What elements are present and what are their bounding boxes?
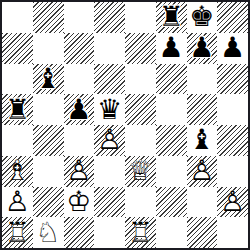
square-g3[interactable]: ♟♙ <box>187 156 218 187</box>
square-h7[interactable]: ♟ <box>217 33 248 64</box>
square-g7[interactable]: ♟ <box>187 33 218 64</box>
square-d6[interactable] <box>94 64 125 95</box>
square-a3[interactable]: ♝♗ <box>2 156 33 187</box>
square-e8[interactable] <box>125 2 156 33</box>
square-e7[interactable] <box>125 33 156 64</box>
white-king-icon: ♚♔ <box>64 187 95 218</box>
square-b2[interactable] <box>33 187 64 218</box>
square-g1[interactable] <box>187 217 218 248</box>
square-c2[interactable]: ♚♔ <box>64 187 95 218</box>
square-e5[interactable] <box>125 94 156 125</box>
square-e3[interactable]: ♛♕ <box>125 156 156 187</box>
white-pawn-icon: ♟♙ <box>2 187 33 218</box>
square-b8[interactable] <box>33 2 64 33</box>
square-f4[interactable] <box>156 125 187 156</box>
square-h6[interactable] <box>217 64 248 95</box>
white-pawn-icon: ♟♙ <box>187 156 218 187</box>
square-e4[interactable] <box>125 125 156 156</box>
black-queen-icon: ♛ <box>94 94 125 125</box>
square-a2[interactable]: ♟♙ <box>2 187 33 218</box>
square-e1[interactable]: ♜♖ <box>125 217 156 248</box>
chess-board: ♜♚♟♟♟♝♜♟♛♟♙♝♝♗♟♙♛♕♟♙♟♙♚♔♟♙♜♖♞♘♜♖ <box>0 0 250 250</box>
black-king-icon: ♚ <box>187 2 218 33</box>
square-d4[interactable]: ♟♙ <box>94 125 125 156</box>
black-pawn-icon: ♟ <box>64 94 95 125</box>
white-queen-icon: ♛♕ <box>125 156 156 187</box>
white-pawn-icon: ♟♙ <box>64 156 95 187</box>
square-f8[interactable]: ♜ <box>156 2 187 33</box>
square-f3[interactable] <box>156 156 187 187</box>
square-c7[interactable] <box>64 33 95 64</box>
square-e2[interactable] <box>125 187 156 218</box>
square-c5[interactable]: ♟ <box>64 94 95 125</box>
square-c8[interactable] <box>64 2 95 33</box>
square-g2[interactable] <box>187 187 218 218</box>
square-a7[interactable] <box>2 33 33 64</box>
square-d2[interactable] <box>94 187 125 218</box>
black-rook-icon: ♜ <box>156 2 187 33</box>
black-rook-icon: ♜ <box>2 94 33 125</box>
square-c6[interactable] <box>64 64 95 95</box>
black-bishop-icon: ♝ <box>187 125 218 156</box>
square-g4[interactable]: ♝ <box>187 125 218 156</box>
square-f5[interactable] <box>156 94 187 125</box>
square-d5[interactable]: ♛ <box>94 94 125 125</box>
square-h8[interactable] <box>217 2 248 33</box>
square-a4[interactable] <box>2 125 33 156</box>
square-c4[interactable] <box>64 125 95 156</box>
square-b4[interactable] <box>33 125 64 156</box>
square-f2[interactable] <box>156 187 187 218</box>
square-f6[interactable] <box>156 64 187 95</box>
square-g5[interactable] <box>187 94 218 125</box>
white-pawn-icon: ♟♙ <box>217 187 248 218</box>
square-d1[interactable] <box>94 217 125 248</box>
white-knight-icon: ♞♘ <box>33 217 64 248</box>
square-a8[interactable] <box>2 2 33 33</box>
square-c1[interactable] <box>64 217 95 248</box>
square-h3[interactable] <box>217 156 248 187</box>
square-b1[interactable]: ♞♘ <box>33 217 64 248</box>
black-pawn-icon: ♟ <box>187 33 218 64</box>
square-h2[interactable]: ♟♙ <box>217 187 248 218</box>
square-g6[interactable] <box>187 64 218 95</box>
square-b6[interactable]: ♝ <box>33 64 64 95</box>
white-bishop-icon: ♝♗ <box>2 156 33 187</box>
black-pawn-icon: ♟ <box>156 33 187 64</box>
square-f7[interactable]: ♟ <box>156 33 187 64</box>
square-f1[interactable] <box>156 217 187 248</box>
square-d3[interactable] <box>94 156 125 187</box>
square-c3[interactable]: ♟♙ <box>64 156 95 187</box>
square-h1[interactable] <box>217 217 248 248</box>
square-h4[interactable] <box>217 125 248 156</box>
square-b3[interactable] <box>33 156 64 187</box>
square-a1[interactable]: ♜♖ <box>2 217 33 248</box>
square-g8[interactable]: ♚ <box>187 2 218 33</box>
black-pawn-icon: ♟ <box>217 33 248 64</box>
square-e6[interactable] <box>125 64 156 95</box>
white-rook-icon: ♜♖ <box>125 217 156 248</box>
square-d8[interactable] <box>94 2 125 33</box>
square-h5[interactable] <box>217 94 248 125</box>
square-b7[interactable] <box>33 33 64 64</box>
black-bishop-icon: ♝ <box>33 64 64 95</box>
white-pawn-icon: ♟♙ <box>94 125 125 156</box>
white-rook-icon: ♜♖ <box>2 217 33 248</box>
square-b5[interactable] <box>33 94 64 125</box>
square-a5[interactable]: ♜ <box>2 94 33 125</box>
square-a6[interactable] <box>2 64 33 95</box>
square-d7[interactable] <box>94 33 125 64</box>
